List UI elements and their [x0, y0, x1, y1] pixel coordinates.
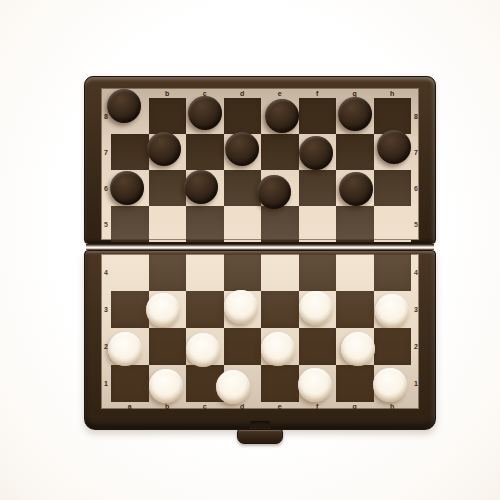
rank-label-5-right: 5 — [411, 206, 421, 242]
square-h2[interactable] — [374, 328, 412, 365]
square-d6[interactable] — [224, 170, 262, 206]
square-c3[interactable] — [186, 291, 224, 328]
white-disc-f1[interactable] — [298, 368, 332, 402]
rank-label-3-right: 3 — [411, 291, 421, 328]
square-d4[interactable] — [224, 254, 262, 291]
product-photo: abcdefgh88776655 44332211abcdefgh — [0, 0, 500, 500]
black-disc-a6[interactable] — [110, 171, 144, 205]
square-f5[interactable] — [299, 206, 337, 242]
square-a1[interactable] — [111, 365, 149, 402]
white-disc-h3[interactable] — [375, 294, 409, 328]
square-g1[interactable] — [336, 365, 374, 402]
white-disc-f3[interactable] — [299, 291, 333, 325]
square-c4[interactable] — [186, 254, 224, 291]
square-h4[interactable] — [374, 254, 412, 291]
black-disc-c6[interactable] — [184, 170, 218, 204]
rank-label-7-left: 7 — [101, 134, 111, 170]
white-disc-a2[interactable] — [108, 332, 142, 366]
file-label-e: e — [261, 402, 299, 411]
file-label-h: h — [374, 402, 412, 411]
corner-spacer — [411, 402, 421, 411]
file-label-f: f — [299, 88, 337, 98]
square-e7[interactable] — [261, 134, 299, 170]
square-a4[interactable] — [111, 254, 149, 291]
corner-spacer — [411, 88, 421, 98]
hinge-gap — [86, 244, 434, 250]
rank-label-3-left: 3 — [101, 291, 111, 328]
square-h6[interactable] — [374, 170, 412, 206]
black-disc-a8[interactable] — [107, 89, 141, 123]
rank-label-7-right: 7 — [411, 134, 421, 170]
square-h5[interactable] — [374, 206, 412, 242]
file-label-e: e — [261, 88, 299, 98]
rank-label-1-right: 1 — [411, 365, 421, 402]
rank-label-8-right: 8 — [411, 98, 421, 134]
square-h8[interactable] — [374, 98, 412, 134]
file-label-b: b — [149, 402, 187, 411]
square-f4[interactable] — [299, 254, 337, 291]
square-g5[interactable] — [336, 206, 374, 242]
rank-label-5-left: 5 — [101, 206, 111, 242]
square-a5[interactable] — [111, 206, 149, 242]
white-disc-b3[interactable] — [146, 293, 180, 327]
square-e1[interactable] — [261, 365, 299, 402]
file-label-f: f — [299, 402, 337, 411]
square-e3[interactable] — [261, 291, 299, 328]
square-c7[interactable] — [186, 134, 224, 170]
white-disc-c2[interactable] — [186, 333, 220, 367]
white-disc-g2[interactable] — [341, 332, 375, 366]
black-disc-d7[interactable] — [225, 132, 259, 166]
square-d8[interactable] — [224, 98, 262, 134]
black-disc-e6[interactable] — [257, 175, 291, 209]
file-label-d: d — [224, 88, 262, 98]
black-disc-c8[interactable] — [188, 96, 222, 130]
square-d5[interactable] — [224, 206, 262, 242]
folding-chessboard: abcdefgh88776655 44332211abcdefgh — [84, 76, 436, 448]
white-disc-d1[interactable] — [216, 370, 250, 404]
square-a3[interactable] — [111, 291, 149, 328]
square-d2[interactable] — [224, 328, 262, 365]
white-disc-e2[interactable] — [261, 332, 295, 366]
square-f2[interactable] — [299, 328, 337, 365]
black-disc-b7[interactable] — [147, 132, 181, 166]
black-disc-f7[interactable] — [299, 136, 333, 170]
square-g7[interactable] — [336, 134, 374, 170]
black-disc-h7[interactable] — [377, 130, 411, 164]
white-disc-h1[interactable] — [373, 368, 407, 402]
rank-label-1-left: 1 — [101, 365, 111, 402]
clasp-latch — [237, 429, 283, 444]
corner-spacer — [101, 402, 111, 411]
square-b4[interactable] — [149, 254, 187, 291]
square-a7[interactable] — [111, 134, 149, 170]
rank-label-4-right: 4 — [411, 254, 421, 291]
black-disc-e8[interactable] — [265, 99, 299, 133]
rank-label-4-left: 4 — [101, 254, 111, 291]
black-disc-g6[interactable] — [339, 172, 373, 206]
white-disc-d3[interactable] — [224, 290, 258, 324]
square-b6[interactable] — [149, 170, 187, 206]
square-g3[interactable] — [336, 291, 374, 328]
rank-label-6-right: 6 — [411, 170, 421, 206]
rank-label-2-right: 2 — [411, 328, 421, 365]
square-c5[interactable] — [186, 206, 224, 242]
square-b2[interactable] — [149, 328, 187, 365]
square-e4[interactable] — [261, 254, 299, 291]
square-e5[interactable] — [261, 206, 299, 242]
square-b5[interactable] — [149, 206, 187, 242]
square-g4[interactable] — [336, 254, 374, 291]
file-label-b: b — [149, 88, 187, 98]
square-f8[interactable] — [299, 98, 337, 134]
file-label-g: g — [336, 402, 374, 411]
black-disc-g8[interactable] — [338, 97, 372, 131]
white-disc-b1[interactable] — [149, 369, 183, 403]
file-label-a: a — [111, 402, 149, 411]
file-label-h: h — [374, 88, 412, 98]
file-label-c: c — [186, 402, 224, 411]
square-b8[interactable] — [149, 98, 187, 134]
square-f6[interactable] — [299, 170, 337, 206]
